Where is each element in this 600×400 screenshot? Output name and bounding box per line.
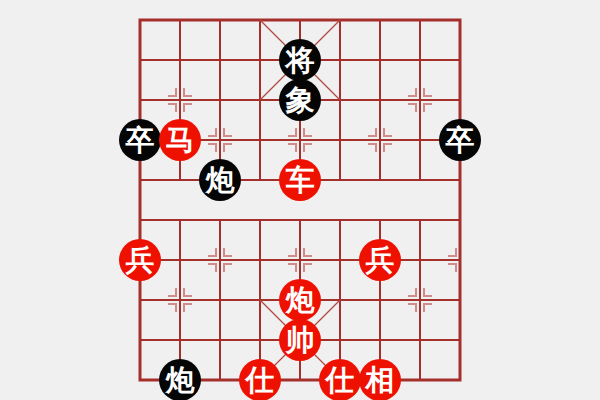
black-cannon-piece[interactable]: 炮 [159,359,201,400]
board-point-6-9: 相 [360,360,400,400]
red-chariot-piece[interactable]: 车 [279,159,321,201]
red-soldier-piece[interactable]: 兵 [359,239,401,281]
board-point-4-1: 将 [280,40,320,80]
red-advisor-piece[interactable]: 仕 [239,359,281,400]
board-point-8-3: 卒 [440,120,480,160]
board-point-5-9: 仕 [320,360,360,400]
xiangqi-app: 将象卒马卒炮车兵兵炮帅炮仕仕相 [0,0,600,400]
board-point-4-8: 帅 [280,320,320,360]
black-soldier-piece[interactable]: 卒 [439,119,481,161]
board-point-6-6: 兵 [360,240,400,280]
black-general-piece[interactable]: 将 [279,39,321,81]
board-point-0-3: 卒 [120,120,160,160]
red-advisor-piece[interactable]: 仕 [319,359,361,400]
red-cannon-piece[interactable]: 炮 [279,279,321,321]
board-point-4-2: 象 [280,80,320,120]
black-cannon-piece[interactable]: 炮 [199,159,241,201]
red-soldier-piece[interactable]: 兵 [119,239,161,281]
black-elephant-piece[interactable]: 象 [279,79,321,121]
black-soldier-piece[interactable]: 卒 [119,119,161,161]
board-point-3-9: 仕 [240,360,280,400]
red-elephant-piece[interactable]: 相 [359,359,401,400]
red-horse-piece[interactable]: 马 [159,119,201,161]
board-point-0-6: 兵 [120,240,160,280]
board-point-2-4: 炮 [200,160,240,200]
board-point-4-7: 炮 [280,280,320,320]
board-point-1-9: 炮 [160,360,200,400]
board-point-1-3: 马 [160,120,200,160]
red-marshal-piece[interactable]: 帅 [279,319,321,361]
board-point-4-4: 车 [280,160,320,200]
pieces-layer: 将象卒马卒炮车兵兵炮帅炮仕仕相 [120,0,480,400]
